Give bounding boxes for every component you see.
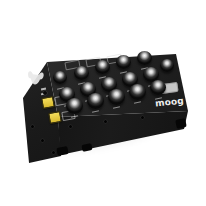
screw [141, 116, 144, 119]
knob-chrome-top [129, 84, 146, 100]
knob-chrome-top [150, 80, 166, 95]
yellow-button-2 [48, 111, 62, 124]
screw [31, 125, 34, 128]
knob-chrome-top [116, 55, 131, 69]
knob-chrome-top [87, 93, 104, 109]
taurus-bull-logo-icon [26, 68, 45, 88]
led-jack-dot [43, 91, 47, 95]
knob-chrome-top [137, 51, 152, 65]
screw [69, 125, 72, 128]
knob-chrome-top [95, 60, 110, 74]
rubber-foot [175, 118, 187, 129]
knob-chrome-top [66, 98, 83, 114]
knob-chrome-top [74, 66, 89, 80]
screw [104, 120, 107, 123]
yellow-button-1 [41, 96, 55, 109]
knob-chrome-top [53, 71, 67, 84]
knob-chrome-top [108, 89, 125, 105]
knob-chrome-top [160, 59, 174, 72]
screw [41, 139, 44, 142]
product-photo: moog [0, 0, 206, 206]
screw [52, 151, 55, 154]
